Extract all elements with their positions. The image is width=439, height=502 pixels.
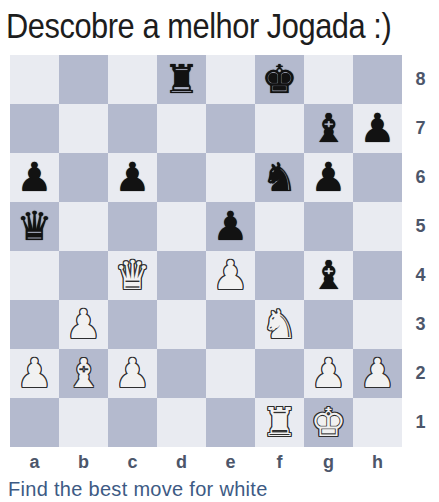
square-f8[interactable]: ♚: [255, 55, 304, 104]
white-pawn[interactable]: ♟: [213, 251, 249, 300]
square-h7[interactable]: ♟: [353, 104, 402, 153]
square-g4[interactable]: ♝: [304, 251, 353, 300]
square-d8[interactable]: ♜: [157, 55, 206, 104]
rank-label-4: 4: [402, 251, 439, 300]
square-b2[interactable]: ♝: [59, 349, 108, 398]
instruction-text: Find the best move for white: [0, 477, 439, 501]
square-f6[interactable]: ♞: [255, 153, 304, 202]
square-c3[interactable]: [108, 300, 157, 349]
black-bishop[interactable]: ♝: [311, 251, 347, 300]
square-g6[interactable]: ♟: [304, 153, 353, 202]
square-f7[interactable]: [255, 104, 304, 153]
square-b3[interactable]: ♟: [59, 300, 108, 349]
rank-label-6: 6: [402, 153, 439, 202]
black-rook[interactable]: ♜: [164, 55, 200, 104]
file-label-a: a: [10, 447, 59, 477]
square-d6[interactable]: [157, 153, 206, 202]
file-label-f: f: [255, 447, 304, 477]
square-d5[interactable]: [157, 202, 206, 251]
square-f5[interactable]: [255, 202, 304, 251]
rank-label-3: 3: [402, 300, 439, 349]
black-pawn[interactable]: ♟: [17, 153, 53, 202]
rank-label-8: 8: [402, 55, 439, 104]
square-c2[interactable]: ♟: [108, 349, 157, 398]
square-a3[interactable]: [10, 300, 59, 349]
rank-label-7: 7: [402, 104, 439, 153]
square-b4[interactable]: [59, 251, 108, 300]
rank-labels: 87654321: [402, 55, 439, 447]
square-e4[interactable]: ♟: [206, 251, 255, 300]
white-bishop[interactable]: ♝: [66, 349, 102, 398]
square-h5[interactable]: [353, 202, 402, 251]
file-label-d: d: [157, 447, 206, 477]
square-c5[interactable]: [108, 202, 157, 251]
square-c4[interactable]: ♛: [108, 251, 157, 300]
white-queen[interactable]: ♛: [115, 251, 151, 300]
square-g7[interactable]: ♝: [304, 104, 353, 153]
page-title-text: Descobre a melhor Jogada :): [6, 6, 391, 46]
square-f4[interactable]: [255, 251, 304, 300]
rank-label-5: 5: [402, 202, 439, 251]
chess-board-area: ♜♚♝♟♟♟♞♟♛♟♛♟♝♟♞♟♝♟♟♟♜♚ 87654321: [10, 55, 439, 447]
square-e1[interactable]: [206, 398, 255, 447]
square-c1[interactable]: [108, 398, 157, 447]
square-b7[interactable]: [59, 104, 108, 153]
square-g2[interactable]: ♟: [304, 349, 353, 398]
square-g1[interactable]: ♚: [304, 398, 353, 447]
square-e2[interactable]: [206, 349, 255, 398]
white-king[interactable]: ♚: [311, 398, 347, 447]
chess-board: ♜♚♝♟♟♟♞♟♛♟♛♟♝♟♞♟♝♟♟♟♜♚: [10, 55, 402, 447]
square-f3[interactable]: ♞: [255, 300, 304, 349]
square-g8[interactable]: [304, 55, 353, 104]
file-label-b: b: [59, 447, 108, 477]
square-d2[interactable]: [157, 349, 206, 398]
square-a1[interactable]: [10, 398, 59, 447]
square-a4[interactable]: [10, 251, 59, 300]
white-pawn[interactable]: ♟: [311, 349, 347, 398]
square-e7[interactable]: [206, 104, 255, 153]
rank-label-2: 2: [402, 349, 439, 398]
square-c6[interactable]: ♟: [108, 153, 157, 202]
square-b5[interactable]: [59, 202, 108, 251]
white-pawn[interactable]: ♟: [66, 300, 102, 349]
square-d3[interactable]: [157, 300, 206, 349]
square-e8[interactable]: [206, 55, 255, 104]
white-rook[interactable]: ♜: [262, 398, 298, 447]
square-b6[interactable]: [59, 153, 108, 202]
page-title: Descobre a melhor Jogada :): [0, 0, 439, 55]
black-pawn[interactable]: ♟: [213, 202, 249, 251]
square-h3[interactable]: [353, 300, 402, 349]
square-h1[interactable]: [353, 398, 402, 447]
file-label-g: g: [304, 447, 353, 477]
white-knight[interactable]: ♞: [262, 300, 298, 349]
square-e5[interactable]: ♟: [206, 202, 255, 251]
square-a6[interactable]: ♟: [10, 153, 59, 202]
white-pawn[interactable]: ♟: [115, 349, 151, 398]
square-g5[interactable]: [304, 202, 353, 251]
square-e6[interactable]: [206, 153, 255, 202]
square-c8[interactable]: [108, 55, 157, 104]
file-label-e: e: [206, 447, 255, 477]
square-e3[interactable]: [206, 300, 255, 349]
square-d1[interactable]: [157, 398, 206, 447]
square-f1[interactable]: ♜: [255, 398, 304, 447]
square-c7[interactable]: [108, 104, 157, 153]
square-b8[interactable]: [59, 55, 108, 104]
black-knight[interactable]: ♞: [262, 153, 298, 202]
file-labels: abcdefgh: [10, 447, 402, 477]
square-f2[interactable]: [255, 349, 304, 398]
black-pawn[interactable]: ♟: [311, 153, 347, 202]
square-d7[interactable]: [157, 104, 206, 153]
white-pawn[interactable]: ♟: [360, 349, 396, 398]
square-a7[interactable]: [10, 104, 59, 153]
square-d4[interactable]: [157, 251, 206, 300]
black-pawn[interactable]: ♟: [115, 153, 151, 202]
square-g3[interactable]: [304, 300, 353, 349]
white-pawn[interactable]: ♟: [17, 349, 53, 398]
square-h2[interactable]: ♟: [353, 349, 402, 398]
black-queen[interactable]: ♛: [17, 202, 53, 251]
file-label-c: c: [108, 447, 157, 477]
black-pawn[interactable]: ♟: [360, 104, 396, 153]
square-a2[interactable]: ♟: [10, 349, 59, 398]
square-b1[interactable]: [59, 398, 108, 447]
rank-label-1: 1: [402, 398, 439, 447]
black-bishop[interactable]: ♝: [311, 104, 347, 153]
square-a5[interactable]: ♛: [10, 202, 59, 251]
square-h8[interactable]: [353, 55, 402, 104]
square-h6[interactable]: [353, 153, 402, 202]
file-label-h: h: [353, 447, 402, 477]
black-king[interactable]: ♚: [262, 55, 298, 104]
square-h4[interactable]: [353, 251, 402, 300]
square-a8[interactable]: [10, 55, 59, 104]
